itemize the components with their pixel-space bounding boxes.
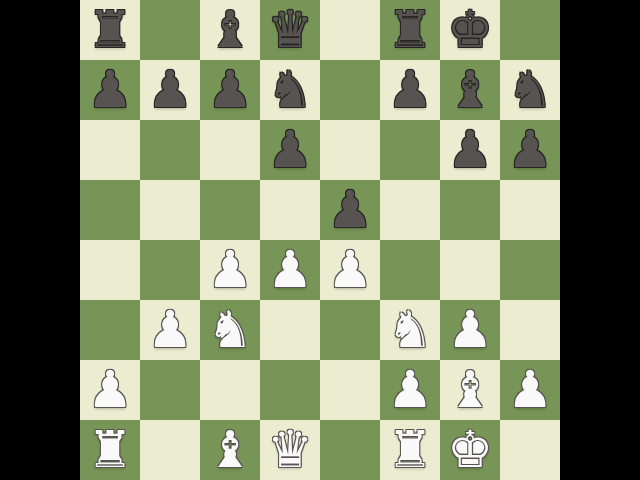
square-a7[interactable]: ♟ — [80, 60, 140, 120]
square-h1[interactable] — [500, 420, 560, 480]
square-a4[interactable] — [80, 240, 140, 300]
square-g8[interactable]: ♚ — [440, 0, 500, 60]
square-f2[interactable]: ♟ — [380, 360, 440, 420]
square-e4[interactable]: ♟ — [320, 240, 380, 300]
piece-black-queen[interactable]: ♛ — [267, 0, 313, 60]
square-g7[interactable]: ♝ — [440, 60, 500, 120]
app-window: ♜♝♛♜♚♟♟♟♞♟♝♞♟♟♟♟♟♟♟♟♞♞♟♟♟♝♟♜♝♛♜♚ — [0, 0, 640, 480]
square-d6[interactable]: ♟ — [260, 120, 320, 180]
piece-white-pawn[interactable]: ♟ — [147, 300, 193, 360]
square-e2[interactable] — [320, 360, 380, 420]
square-e6[interactable] — [320, 120, 380, 180]
square-f5[interactable] — [380, 180, 440, 240]
square-d1[interactable]: ♛ — [260, 420, 320, 480]
piece-white-bishop[interactable]: ♝ — [447, 360, 493, 420]
square-g1[interactable]: ♚ — [440, 420, 500, 480]
square-d5[interactable] — [260, 180, 320, 240]
square-d7[interactable]: ♞ — [260, 60, 320, 120]
piece-black-pawn[interactable]: ♟ — [207, 60, 253, 120]
square-f8[interactable]: ♜ — [380, 0, 440, 60]
piece-black-pawn[interactable]: ♟ — [447, 120, 493, 180]
piece-black-rook[interactable]: ♜ — [387, 0, 433, 60]
square-b8[interactable] — [140, 0, 200, 60]
piece-black-rook[interactable]: ♜ — [87, 0, 133, 60]
square-f7[interactable]: ♟ — [380, 60, 440, 120]
square-h4[interactable] — [500, 240, 560, 300]
piece-white-pawn[interactable]: ♟ — [87, 360, 133, 420]
square-h8[interactable] — [500, 0, 560, 60]
square-d8[interactable]: ♛ — [260, 0, 320, 60]
square-c1[interactable]: ♝ — [200, 420, 260, 480]
square-a5[interactable] — [80, 180, 140, 240]
piece-white-pawn[interactable]: ♟ — [327, 240, 373, 300]
square-g5[interactable] — [440, 180, 500, 240]
piece-black-pawn[interactable]: ♟ — [267, 120, 313, 180]
square-a8[interactable]: ♜ — [80, 0, 140, 60]
piece-black-pawn[interactable]: ♟ — [327, 180, 373, 240]
square-g6[interactable]: ♟ — [440, 120, 500, 180]
square-h6[interactable]: ♟ — [500, 120, 560, 180]
piece-white-knight[interactable]: ♞ — [387, 300, 433, 360]
square-b5[interactable] — [140, 180, 200, 240]
square-a1[interactable]: ♜ — [80, 420, 140, 480]
square-e1[interactable] — [320, 420, 380, 480]
square-c8[interactable]: ♝ — [200, 0, 260, 60]
square-h5[interactable] — [500, 180, 560, 240]
square-e8[interactable] — [320, 0, 380, 60]
square-g4[interactable] — [440, 240, 500, 300]
piece-white-king[interactable]: ♚ — [447, 420, 493, 480]
piece-white-pawn[interactable]: ♟ — [447, 300, 493, 360]
chess-board[interactable]: ♜♝♛♜♚♟♟♟♞♟♝♞♟♟♟♟♟♟♟♟♞♞♟♟♟♝♟♜♝♛♜♚ — [80, 0, 560, 480]
piece-white-rook[interactable]: ♜ — [87, 420, 133, 480]
piece-black-bishop[interactable]: ♝ — [207, 0, 253, 60]
square-f6[interactable] — [380, 120, 440, 180]
square-b1[interactable] — [140, 420, 200, 480]
square-b4[interactable] — [140, 240, 200, 300]
square-g3[interactable]: ♟ — [440, 300, 500, 360]
square-d2[interactable] — [260, 360, 320, 420]
square-a3[interactable] — [80, 300, 140, 360]
square-c5[interactable] — [200, 180, 260, 240]
letterbox-left — [0, 0, 80, 480]
square-a2[interactable]: ♟ — [80, 360, 140, 420]
square-d3[interactable] — [260, 300, 320, 360]
square-e3[interactable] — [320, 300, 380, 360]
square-b3[interactable]: ♟ — [140, 300, 200, 360]
square-e7[interactable] — [320, 60, 380, 120]
piece-black-pawn[interactable]: ♟ — [147, 60, 193, 120]
square-h3[interactable] — [500, 300, 560, 360]
square-c7[interactable]: ♟ — [200, 60, 260, 120]
piece-black-pawn[interactable]: ♟ — [507, 120, 553, 180]
piece-white-pawn[interactable]: ♟ — [387, 360, 433, 420]
square-f4[interactable] — [380, 240, 440, 300]
piece-white-bishop[interactable]: ♝ — [207, 420, 253, 480]
square-f1[interactable]: ♜ — [380, 420, 440, 480]
square-c6[interactable] — [200, 120, 260, 180]
square-c2[interactable] — [200, 360, 260, 420]
square-c4[interactable]: ♟ — [200, 240, 260, 300]
square-b2[interactable] — [140, 360, 200, 420]
piece-black-pawn[interactable]: ♟ — [87, 60, 133, 120]
piece-white-knight[interactable]: ♞ — [207, 300, 253, 360]
square-d4[interactable]: ♟ — [260, 240, 320, 300]
piece-white-pawn[interactable]: ♟ — [207, 240, 253, 300]
piece-black-pawn[interactable]: ♟ — [387, 60, 433, 120]
piece-white-queen[interactable]: ♛ — [267, 420, 313, 480]
square-c3[interactable]: ♞ — [200, 300, 260, 360]
piece-black-bishop[interactable]: ♝ — [447, 60, 493, 120]
letterbox-right — [560, 0, 640, 480]
piece-black-king[interactable]: ♚ — [447, 0, 493, 60]
piece-white-rook[interactable]: ♜ — [387, 420, 433, 480]
piece-black-knight[interactable]: ♞ — [507, 60, 553, 120]
square-h7[interactable]: ♞ — [500, 60, 560, 120]
square-h2[interactable]: ♟ — [500, 360, 560, 420]
square-g2[interactable]: ♝ — [440, 360, 500, 420]
square-a6[interactable] — [80, 120, 140, 180]
piece-white-pawn[interactable]: ♟ — [267, 240, 313, 300]
square-b7[interactable]: ♟ — [140, 60, 200, 120]
square-e5[interactable]: ♟ — [320, 180, 380, 240]
piece-black-knight[interactable]: ♞ — [267, 60, 313, 120]
square-f3[interactable]: ♞ — [380, 300, 440, 360]
piece-white-pawn[interactable]: ♟ — [507, 360, 553, 420]
square-b6[interactable] — [140, 120, 200, 180]
